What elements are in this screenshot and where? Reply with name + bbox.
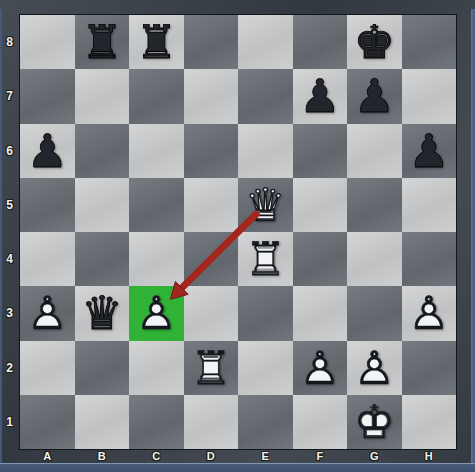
file-label-h: H xyxy=(402,450,457,463)
square-f2[interactable]: ♟♙ xyxy=(293,341,348,395)
file-label-d: D xyxy=(184,450,239,463)
square-f3[interactable] xyxy=(293,286,348,340)
piece-black-king: ♚ xyxy=(347,15,402,69)
square-d8[interactable] xyxy=(184,15,239,69)
piece-black-pawn: ♟ xyxy=(20,124,75,178)
rank-label-1: 1 xyxy=(0,395,19,449)
square-g5[interactable] xyxy=(347,178,402,232)
square-h7[interactable] xyxy=(402,69,457,123)
square-f7[interactable]: ♟ xyxy=(293,69,348,123)
square-d2[interactable]: ♜♖ xyxy=(184,341,239,395)
file-label-b: B xyxy=(75,450,130,463)
piece-white-pawn: ♟♙ xyxy=(347,341,402,395)
square-a6[interactable]: ♟ xyxy=(20,124,75,178)
square-c3[interactable]: ♟♙ xyxy=(129,286,184,340)
square-f8[interactable] xyxy=(293,15,348,69)
square-c4[interactable] xyxy=(129,232,184,286)
frame-border-bottom xyxy=(0,463,475,472)
square-d7[interactable] xyxy=(184,69,239,123)
square-a8[interactable] xyxy=(20,15,75,69)
square-b8[interactable]: ♜ xyxy=(75,15,130,69)
piece-black-rook: ♜ xyxy=(75,15,130,69)
square-h2[interactable] xyxy=(402,341,457,395)
square-f5[interactable] xyxy=(293,178,348,232)
piece-black-rook: ♜ xyxy=(129,15,184,69)
square-h4[interactable] xyxy=(402,232,457,286)
square-g3[interactable] xyxy=(347,286,402,340)
square-c2[interactable] xyxy=(129,341,184,395)
square-e6[interactable] xyxy=(238,124,293,178)
square-f1[interactable] xyxy=(293,395,348,449)
square-d4[interactable] xyxy=(184,232,239,286)
piece-black-pawn: ♟ xyxy=(402,124,457,178)
piece-white-pawn: ♟♙ xyxy=(293,341,348,395)
piece-white-pawn: ♟♙ xyxy=(129,286,184,340)
square-e7[interactable] xyxy=(238,69,293,123)
square-e2[interactable] xyxy=(238,341,293,395)
square-e1[interactable] xyxy=(238,395,293,449)
file-label-e: E xyxy=(238,450,293,463)
rank-label-4: 4 xyxy=(0,232,19,286)
piece-white-king: ♚♔ xyxy=(347,395,402,449)
rank-label-7: 7 xyxy=(0,69,19,123)
square-g8[interactable]: ♚ xyxy=(347,15,402,69)
square-c8[interactable]: ♜ xyxy=(129,15,184,69)
rank-label-5: 5 xyxy=(0,178,19,232)
file-labels: ABCDEFGH xyxy=(20,450,456,463)
square-b2[interactable] xyxy=(75,341,130,395)
square-c6[interactable] xyxy=(129,124,184,178)
square-g6[interactable] xyxy=(347,124,402,178)
chess-board-grid: ♜♜♚♟♟♟♟♛♕♜♖♟♙♛♟♙♟♙♜♖♟♙♟♙♚♔ xyxy=(20,15,456,449)
square-b5[interactable] xyxy=(75,178,130,232)
file-label-f: F xyxy=(293,450,348,463)
square-b1[interactable] xyxy=(75,395,130,449)
piece-white-rook: ♜♖ xyxy=(184,341,239,395)
square-g1[interactable]: ♚♔ xyxy=(347,395,402,449)
square-f6[interactable] xyxy=(293,124,348,178)
square-d5[interactable] xyxy=(184,178,239,232)
file-label-g: G xyxy=(347,450,402,463)
chess-board: ♜♜♚♟♟♟♟♛♕♜♖♟♙♛♟♙♟♙♜♖♟♙♟♙♚♔ xyxy=(19,14,457,450)
square-c7[interactable] xyxy=(129,69,184,123)
square-h8[interactable] xyxy=(402,15,457,69)
square-c5[interactable] xyxy=(129,178,184,232)
square-d6[interactable] xyxy=(184,124,239,178)
square-h1[interactable] xyxy=(402,395,457,449)
piece-white-queen: ♛♕ xyxy=(238,178,293,232)
file-label-c: C xyxy=(129,450,184,463)
rank-label-3: 3 xyxy=(0,286,19,340)
rank-label-2: 2 xyxy=(0,341,19,395)
square-d3[interactable] xyxy=(184,286,239,340)
square-g4[interactable] xyxy=(347,232,402,286)
square-e5[interactable]: ♛♕ xyxy=(238,178,293,232)
square-g7[interactable]: ♟ xyxy=(347,69,402,123)
file-label-a: A xyxy=(20,450,75,463)
square-b4[interactable] xyxy=(75,232,130,286)
square-a1[interactable] xyxy=(20,395,75,449)
piece-white-pawn: ♟♙ xyxy=(20,286,75,340)
piece-black-pawn: ♟ xyxy=(293,69,348,123)
square-a2[interactable] xyxy=(20,341,75,395)
frame-border-right xyxy=(471,9,475,472)
square-b7[interactable] xyxy=(75,69,130,123)
square-d1[interactable] xyxy=(184,395,239,449)
piece-white-pawn: ♟♙ xyxy=(402,286,457,340)
square-h5[interactable] xyxy=(402,178,457,232)
square-f4[interactable] xyxy=(293,232,348,286)
square-a4[interactable] xyxy=(20,232,75,286)
square-b6[interactable] xyxy=(75,124,130,178)
rank-labels: 87654321 xyxy=(0,15,19,449)
rank-label-8: 8 xyxy=(0,15,19,69)
square-c1[interactable] xyxy=(129,395,184,449)
piece-black-pawn: ♟ xyxy=(347,69,402,123)
rank-label-6: 6 xyxy=(0,124,19,178)
square-a5[interactable] xyxy=(20,178,75,232)
piece-white-rook: ♜♖ xyxy=(238,232,293,286)
square-g2[interactable]: ♟♙ xyxy=(347,341,402,395)
square-h3[interactable]: ♟♙ xyxy=(402,286,457,340)
square-h6[interactable]: ♟ xyxy=(402,124,457,178)
square-a7[interactable] xyxy=(20,69,75,123)
square-e8[interactable] xyxy=(238,15,293,69)
square-e4[interactable]: ♜♖ xyxy=(238,232,293,286)
piece-black-queen: ♛ xyxy=(75,286,130,340)
square-a3[interactable]: ♟♙ xyxy=(20,286,75,340)
square-e3[interactable] xyxy=(238,286,293,340)
square-b3[interactable]: ♛ xyxy=(75,286,130,340)
